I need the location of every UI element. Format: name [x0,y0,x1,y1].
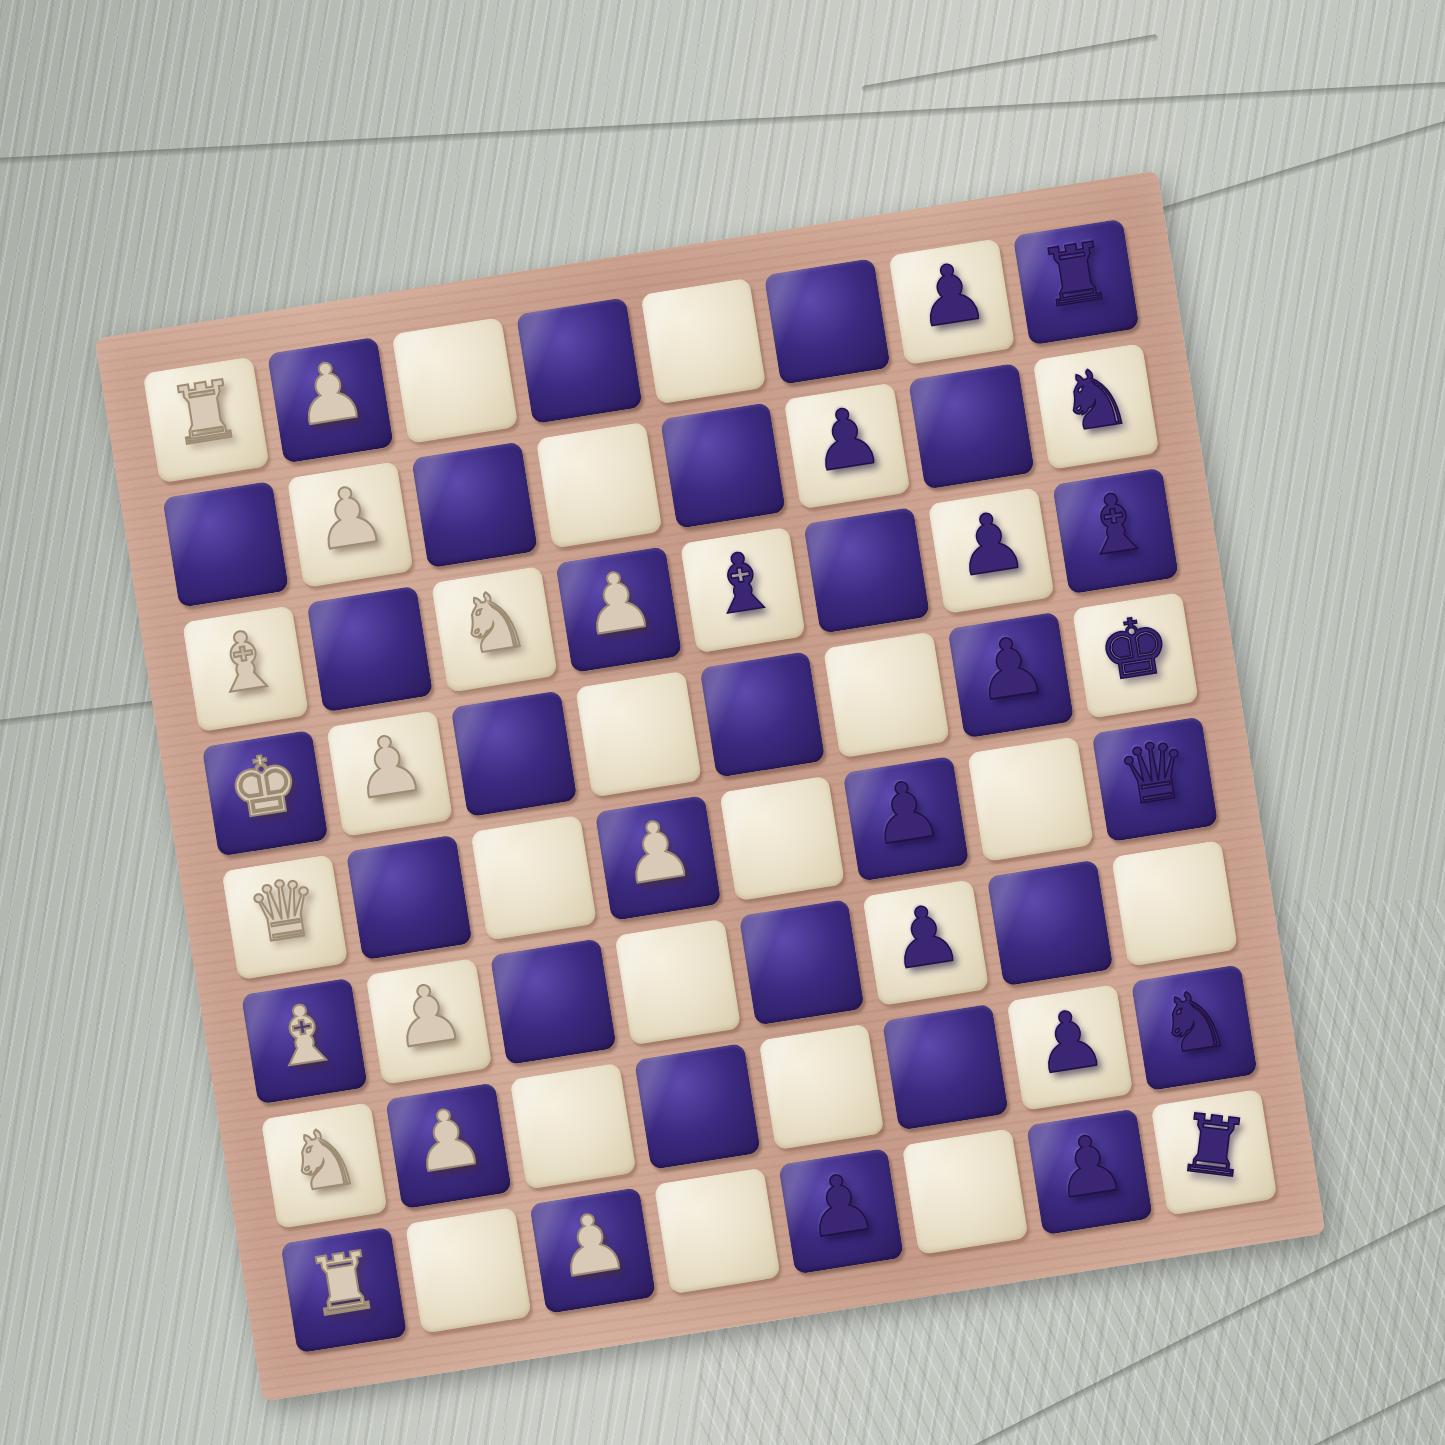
black-rook[interactable]: ♜ [1173,1102,1254,1190]
square-g3[interactable] [411,441,538,568]
square-c8[interactable] [1111,840,1238,967]
square-g8[interactable]: ♞ [1032,343,1159,470]
square-g2[interactable]: ♟ [287,461,414,588]
square-g5[interactable] [660,402,787,529]
square-f4[interactable]: ♟ [555,546,682,673]
white-king[interactable]: ♚ [222,742,305,832]
square-a1[interactable]: ♜ [280,1227,407,1354]
white-rook[interactable]: ♜ [301,1239,384,1329]
white-pawn[interactable]: ♟ [307,473,390,563]
square-e6[interactable] [823,631,950,758]
black-pawn[interactable]: ♟ [909,251,992,341]
square-b1[interactable]: ♞ [261,1102,388,1229]
white-pawn[interactable]: ♟ [288,349,371,439]
white-knight[interactable]: ♞ [281,1115,364,1205]
white-pawn[interactable]: ♟ [615,807,698,897]
white-pawn[interactable]: ♟ [406,1095,489,1185]
square-b2[interactable]: ♟ [385,1083,512,1210]
square-d8[interactable]: ♛ [1092,716,1219,843]
white-knight[interactable]: ♞ [451,578,534,668]
square-h8[interactable]: ♜ [1013,219,1140,346]
black-bishop[interactable]: ♝ [700,539,783,629]
white-pawn[interactable]: ♟ [550,1200,633,1290]
square-e4[interactable] [575,670,702,797]
square-d5[interactable] [719,775,846,902]
square-a3[interactable]: ♟ [529,1187,656,1314]
black-pawn[interactable]: ♟ [1047,1121,1130,1211]
square-f5[interactable]: ♝ [679,526,806,653]
square-a7[interactable]: ♟ [1026,1108,1153,1235]
square-h7[interactable]: ♟ [888,238,1015,365]
square-b8[interactable]: ♞ [1131,964,1258,1091]
square-g7[interactable] [908,363,1035,490]
square-g4[interactable] [535,422,662,549]
white-bishop[interactable]: ♝ [203,617,286,707]
white-rook[interactable]: ♜ [163,369,246,459]
square-e2[interactable]: ♟ [326,710,453,837]
square-b4[interactable] [634,1043,761,1170]
square-b3[interactable] [509,1063,636,1190]
square-d7[interactable] [967,736,1094,863]
square-d1[interactable]: ♛ [221,854,348,981]
square-a8[interactable]: ♜ [1151,1089,1278,1216]
square-d4[interactable]: ♟ [594,795,721,922]
black-knight[interactable]: ♞ [1152,977,1235,1067]
square-a5[interactable]: ♟ [778,1148,905,1275]
square-h2[interactable]: ♟ [267,337,394,464]
black-pawn[interactable]: ♟ [805,395,888,485]
square-g1[interactable] [162,481,289,608]
white-pawn[interactable]: ♟ [347,722,430,812]
square-b5[interactable] [758,1024,885,1151]
square-e8[interactable]: ♚ [1072,591,1199,718]
square-h5[interactable] [640,278,767,405]
black-knight[interactable]: ♞ [1053,355,1136,445]
square-h4[interactable] [515,297,642,424]
square-c2[interactable]: ♟ [365,958,492,1085]
square-a6[interactable] [902,1128,1029,1255]
square-a2[interactable] [405,1207,532,1334]
square-e1[interactable]: ♚ [202,729,329,856]
white-pawn[interactable]: ♟ [576,558,659,648]
black-bishop[interactable]: ♝ [1073,480,1156,570]
square-e5[interactable] [699,651,826,778]
white-pawn[interactable]: ♟ [386,971,469,1061]
square-c3[interactable] [490,939,617,1066]
square-f1[interactable]: ♝ [182,605,309,732]
square-c7[interactable] [987,860,1114,987]
square-c5[interactable] [738,899,865,1026]
square-b6[interactable] [882,1004,1009,1131]
square-c4[interactable] [614,919,741,1046]
square-h3[interactable] [391,317,518,444]
square-f2[interactable] [306,585,433,712]
square-f3[interactable]: ♞ [431,566,558,693]
square-a4[interactable] [653,1168,780,1295]
square-d6[interactable]: ♟ [843,755,970,882]
black-queen[interactable]: ♛ [1112,728,1195,818]
square-h6[interactable] [764,258,891,385]
square-c1[interactable]: ♝ [241,978,368,1105]
chess-board-wrap: ♜♟♟♜♟♟♞♝♞♟♝♟♝♚♟♟♚♛♟♟♛♝♟♟♞♟♟♞♜♟♟♟♜ [94,170,1325,1401]
black-pawn[interactable]: ♟ [864,768,947,858]
square-f7[interactable]: ♟ [928,487,1055,614]
square-d2[interactable] [346,834,473,961]
square-e3[interactable] [450,690,577,817]
square-f6[interactable] [804,507,931,634]
square-f8[interactable]: ♝ [1052,467,1179,594]
black-pawn[interactable]: ♟ [798,1160,881,1250]
square-d3[interactable] [470,814,597,941]
black-pawn[interactable]: ♟ [1027,997,1110,1087]
white-queen[interactable]: ♛ [242,866,325,956]
black-king[interactable]: ♚ [1093,604,1176,694]
square-e7[interactable]: ♟ [948,611,1075,738]
square-g6[interactable]: ♟ [784,382,911,509]
square-h1[interactable]: ♜ [143,356,270,483]
black-pawn[interactable]: ♟ [883,892,966,982]
black-pawn[interactable]: ♟ [968,624,1051,714]
square-c6[interactable]: ♟ [863,880,990,1007]
chess-board: ♜♟♟♜♟♟♞♝♞♟♝♟♝♚♟♟♚♛♟♟♛♝♟♟♞♟♟♞♜♟♟♟♜ [94,170,1325,1401]
white-bishop[interactable]: ♝ [262,990,345,1080]
black-pawn[interactable]: ♟ [949,499,1032,589]
black-rook[interactable]: ♜ [1034,231,1117,321]
square-b7[interactable]: ♟ [1007,984,1134,1111]
